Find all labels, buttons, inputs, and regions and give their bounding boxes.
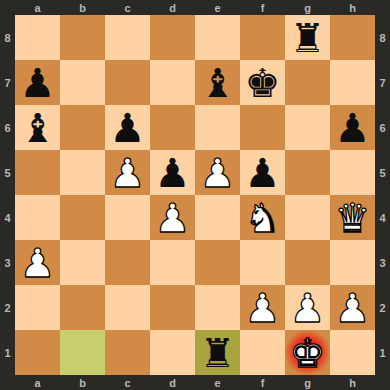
- rank-label-7: 7: [375, 60, 390, 105]
- square-d3[interactable]: [150, 240, 195, 285]
- square-d7[interactable]: [150, 60, 195, 105]
- black-bishop[interactable]: ♝: [200, 63, 236, 103]
- square-d8[interactable]: [150, 15, 195, 60]
- square-c8[interactable]: [105, 15, 150, 60]
- rank-label-4: 4: [375, 195, 390, 240]
- square-h3[interactable]: [330, 240, 375, 285]
- square-e2[interactable]: [195, 285, 240, 330]
- square-g5[interactable]: [285, 150, 330, 195]
- square-e5[interactable]: ♟: [195, 150, 240, 195]
- white-pawn[interactable]: ♟: [335, 288, 371, 328]
- square-h2[interactable]: ♟: [330, 285, 375, 330]
- square-h4[interactable]: ♛: [330, 195, 375, 240]
- square-c7[interactable]: [105, 60, 150, 105]
- square-d6[interactable]: [150, 105, 195, 150]
- square-b7[interactable]: [60, 60, 105, 105]
- rank-label-8: 8: [0, 15, 15, 60]
- rank-label-2: 2: [0, 285, 15, 330]
- black-king[interactable]: ♚: [245, 63, 281, 103]
- rank-labels-right: 87654321: [375, 15, 390, 375]
- square-c2[interactable]: [105, 285, 150, 330]
- square-c3[interactable]: [105, 240, 150, 285]
- square-a6[interactable]: ♝: [15, 105, 60, 150]
- square-h1[interactable]: [330, 330, 375, 375]
- square-a4[interactable]: [15, 195, 60, 240]
- square-f4[interactable]: ♞: [240, 195, 285, 240]
- white-pawn[interactable]: ♟: [290, 288, 326, 328]
- square-b1[interactable]: [60, 330, 105, 375]
- square-h7[interactable]: [330, 60, 375, 105]
- rank-label-7: 7: [0, 60, 15, 105]
- square-f5[interactable]: ♟: [240, 150, 285, 195]
- square-f1[interactable]: [240, 330, 285, 375]
- rank-label-1: 1: [0, 330, 15, 375]
- file-label-h: h: [330, 0, 375, 15]
- file-label-f: f: [240, 0, 285, 15]
- white-pawn[interactable]: ♟: [245, 288, 281, 328]
- file-label-g: g: [285, 0, 330, 15]
- rank-label-5: 5: [0, 150, 15, 195]
- square-g6[interactable]: [285, 105, 330, 150]
- square-h8[interactable]: [330, 15, 375, 60]
- square-f2[interactable]: ♟: [240, 285, 285, 330]
- file-label-d: d: [150, 375, 195, 390]
- square-g8[interactable]: ♜: [285, 15, 330, 60]
- black-rook[interactable]: ♜: [200, 333, 236, 373]
- black-pawn[interactable]: ♟: [245, 153, 281, 193]
- white-pawn[interactable]: ♟: [20, 243, 56, 283]
- square-d2[interactable]: [150, 285, 195, 330]
- square-b4[interactable]: [60, 195, 105, 240]
- square-g4[interactable]: [285, 195, 330, 240]
- square-e8[interactable]: [195, 15, 240, 60]
- black-pawn[interactable]: ♟: [20, 63, 56, 103]
- board-grid: ♜♟♝♚♝♟♟♟♟♟♟♟♞♛♟♟♟♟♜♚: [15, 15, 375, 375]
- square-e4[interactable]: [195, 195, 240, 240]
- black-pawn[interactable]: ♟: [335, 108, 371, 148]
- file-label-e: e: [195, 375, 240, 390]
- rank-label-1: 1: [375, 330, 390, 375]
- file-label-b: b: [60, 375, 105, 390]
- square-f3[interactable]: [240, 240, 285, 285]
- rank-labels-left: 87654321: [0, 15, 15, 375]
- rank-label-3: 3: [0, 240, 15, 285]
- square-f7[interactable]: ♚: [240, 60, 285, 105]
- square-c1[interactable]: [105, 330, 150, 375]
- black-rook[interactable]: ♜: [290, 18, 326, 58]
- square-a2[interactable]: [15, 285, 60, 330]
- file-labels-top: abcdefgh: [15, 0, 375, 15]
- square-d5[interactable]: ♟: [150, 150, 195, 195]
- file-label-g: g: [285, 375, 330, 390]
- square-c6[interactable]: ♟: [105, 105, 150, 150]
- file-label-b: b: [60, 0, 105, 15]
- square-g1[interactable]: ♚: [285, 330, 330, 375]
- white-pawn[interactable]: ♟: [200, 153, 236, 193]
- file-labels-bottom: abcdefgh: [15, 375, 375, 390]
- white-king[interactable]: ♚: [290, 333, 326, 373]
- square-c5[interactable]: ♟: [105, 150, 150, 195]
- square-h5[interactable]: [330, 150, 375, 195]
- rank-label-8: 8: [375, 15, 390, 60]
- square-g7[interactable]: [285, 60, 330, 105]
- square-e6[interactable]: [195, 105, 240, 150]
- rank-label-4: 4: [0, 195, 15, 240]
- white-queen[interactable]: ♛: [335, 198, 371, 238]
- rank-label-5: 5: [375, 150, 390, 195]
- file-label-a: a: [15, 375, 60, 390]
- square-h6[interactable]: ♟: [330, 105, 375, 150]
- file-label-e: e: [195, 0, 240, 15]
- file-label-f: f: [240, 375, 285, 390]
- square-a1[interactable]: [15, 330, 60, 375]
- rank-label-6: 6: [375, 105, 390, 150]
- square-e1[interactable]: ♜: [195, 330, 240, 375]
- file-label-c: c: [105, 375, 150, 390]
- square-g2[interactable]: ♟: [285, 285, 330, 330]
- square-b5[interactable]: [60, 150, 105, 195]
- file-label-d: d: [150, 0, 195, 15]
- square-d4[interactable]: ♟: [150, 195, 195, 240]
- file-label-a: a: [15, 0, 60, 15]
- square-a8[interactable]: [15, 15, 60, 60]
- black-pawn[interactable]: ♟: [155, 153, 191, 193]
- square-b2[interactable]: [60, 285, 105, 330]
- black-bishop[interactable]: ♝: [20, 108, 56, 148]
- file-label-c: c: [105, 0, 150, 15]
- file-label-h: h: [330, 375, 375, 390]
- square-a7[interactable]: ♟: [15, 60, 60, 105]
- square-b6[interactable]: [60, 105, 105, 150]
- square-f6[interactable]: [240, 105, 285, 150]
- square-e3[interactable]: [195, 240, 240, 285]
- square-a3[interactable]: ♟: [15, 240, 60, 285]
- square-d1[interactable]: [150, 330, 195, 375]
- square-b3[interactable]: [60, 240, 105, 285]
- rank-label-2: 2: [375, 285, 390, 330]
- square-a5[interactable]: [15, 150, 60, 195]
- square-g3[interactable]: [285, 240, 330, 285]
- rank-label-6: 6: [0, 105, 15, 150]
- square-f8[interactable]: [240, 15, 285, 60]
- white-pawn[interactable]: ♟: [110, 153, 146, 193]
- white-pawn[interactable]: ♟: [155, 198, 191, 238]
- square-e7[interactable]: ♝: [195, 60, 240, 105]
- chess-board: abcdefgh abcdefgh 87654321 87654321 ♜♟♝♚…: [0, 0, 390, 390]
- square-c4[interactable]: [105, 195, 150, 240]
- white-knight[interactable]: ♞: [245, 198, 281, 238]
- black-pawn[interactable]: ♟: [110, 108, 146, 148]
- rank-label-3: 3: [375, 240, 390, 285]
- square-b8[interactable]: [60, 15, 105, 60]
